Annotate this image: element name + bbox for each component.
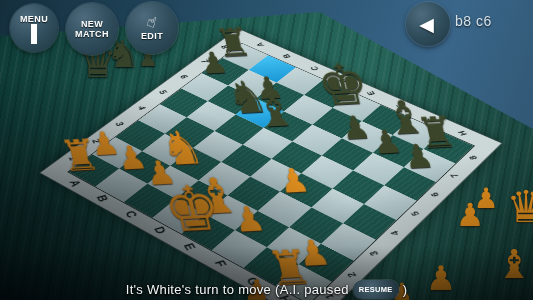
coordinate-label-D: D xyxy=(336,78,348,84)
coordinate-label-2: 2 xyxy=(345,271,359,278)
status-text: It's White's turn to move (A.I. paused xyxy=(126,282,349,297)
square-b7[interactable] xyxy=(229,70,276,98)
square-c6[interactable]: ♞ xyxy=(235,98,284,128)
captured-white-bishop: ♝ xyxy=(496,244,532,284)
square-d5[interactable] xyxy=(243,128,293,159)
coordinate-label-H: H xyxy=(456,130,469,137)
black-bishop-d6[interactable]: ♝ xyxy=(250,87,300,134)
square-c5[interactable] xyxy=(214,114,263,144)
black-rook-a8[interactable]: ♜ xyxy=(212,23,255,63)
coordinate-label-F: F xyxy=(395,103,407,109)
square-e8[interactable]: ♚ xyxy=(332,92,380,121)
coordinate-label-5: 5 xyxy=(409,210,422,217)
resume-button[interactable]: RESUME xyxy=(353,280,399,299)
last-move-label: b8 c6 xyxy=(455,13,492,29)
edit-button[interactable]: ☝ EDIT xyxy=(126,2,178,54)
new-match-button-label: NEWMATCH xyxy=(75,19,109,40)
coordinate-label-4: 4 xyxy=(388,230,401,237)
square-a8[interactable]: ♜ xyxy=(222,44,268,71)
menu-button-label: MENU xyxy=(20,14,48,24)
coordinate-label-8: 8 xyxy=(467,155,480,161)
coordinate-label-C: C xyxy=(308,65,320,71)
coordinate-label-5: 5 xyxy=(157,89,170,95)
undo-move-button[interactable]: ◀ xyxy=(406,2,450,46)
coordinate-label-4: 4 xyxy=(135,105,148,111)
coordinate-label-6: 6 xyxy=(178,74,190,80)
square-e6[interactable] xyxy=(292,125,342,156)
square-d8[interactable] xyxy=(304,79,352,108)
black-pawn-c7[interactable]: ♟ xyxy=(252,72,286,104)
app-window: AA88BB77CC66DD55EE44FF33GG22HH11 ♜♚♝♜♟♟♟… xyxy=(0,0,533,300)
coordinate-label-3: 3 xyxy=(113,121,126,127)
back-arrow-icon: ◀ xyxy=(419,15,434,34)
board-grid[interactable]: ♜♚♝♜♟♟♟♟♟♞♝♟♞♟♟♟♝♟♟♜♚♜ xyxy=(67,43,475,300)
square-f6[interactable] xyxy=(322,138,373,170)
captured-white-queen: ♛ xyxy=(506,185,533,229)
edit-button-label: EDIT xyxy=(141,31,163,41)
double-chevron-down-icon xyxy=(31,24,37,42)
square-a1[interactable]: ♜ xyxy=(69,154,120,186)
captured-white-pawn: ♟ xyxy=(473,185,498,213)
coordinate-label-A: A xyxy=(254,42,266,48)
coordinate-label-7: 7 xyxy=(199,59,211,64)
square-c7[interactable]: ♟ xyxy=(256,82,304,111)
square-c8[interactable] xyxy=(276,67,323,95)
status-bar: It's White's turn to move (A.I. paused R… xyxy=(0,280,533,299)
square-b8[interactable] xyxy=(249,55,296,82)
black-knight-c6[interactable]: ♞ xyxy=(222,74,272,120)
square-d7[interactable] xyxy=(284,95,333,124)
coordinate-label-B: B xyxy=(94,194,112,204)
coordinate-label-3: 3 xyxy=(367,250,381,257)
coordinate-label-8: 8 xyxy=(219,44,231,49)
hand-cursor-icon: ☝ xyxy=(145,14,158,31)
square-b6[interactable] xyxy=(208,85,256,114)
coordinate-label-E: E xyxy=(365,90,377,96)
coordinate-label-7: 7 xyxy=(448,173,461,179)
coordinate-label-B: B xyxy=(281,54,293,60)
square-d6[interactable]: ♝ xyxy=(264,111,313,141)
status-text-close-paren: ) xyxy=(403,282,408,297)
new-match-button[interactable]: NEWMATCH xyxy=(66,3,118,55)
menu-button[interactable]: MENU xyxy=(10,4,58,52)
white-pawn-f4[interactable]: ♟ xyxy=(275,164,312,199)
coordinate-label-6: 6 xyxy=(429,191,442,197)
black-king-e8[interactable]: ♚ xyxy=(312,56,374,114)
square-e7[interactable] xyxy=(313,108,362,138)
square-a7[interactable]: ♟ xyxy=(202,58,249,85)
